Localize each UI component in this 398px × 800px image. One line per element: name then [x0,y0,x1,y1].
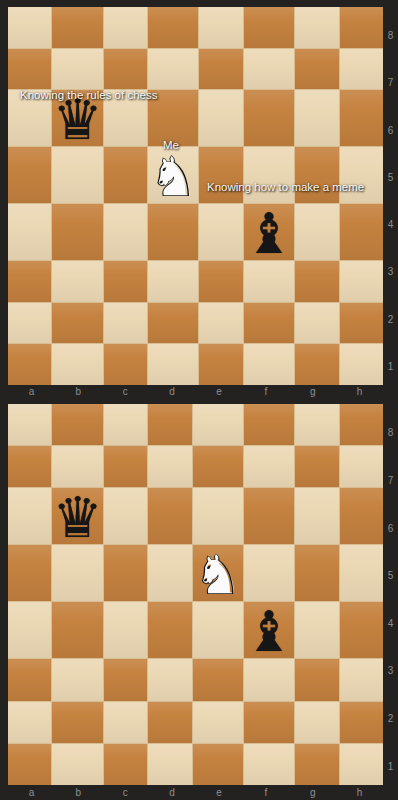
square-a5 [8,147,51,203]
square-c3 [104,261,147,302]
square-e4 [193,602,243,658]
square-e5 [199,147,242,203]
square-a8 [8,404,51,445]
white-knight-piece: ♞♘ [148,149,198,205]
board-top: ♛♞♘♝ 87654321 abcdefgh Knowing the rules… [0,0,398,399]
rank-label-8: 8 [383,409,398,457]
square-g6 [295,488,338,544]
square-f2 [244,702,294,743]
square-f4: ♝ [244,204,294,260]
square-c1 [104,344,147,385]
square-g2 [295,303,338,344]
square-h2 [340,303,383,344]
square-g2 [295,702,338,743]
square-c6 [104,488,147,544]
square-f1 [244,744,294,785]
square-h1 [340,744,383,785]
square-e8 [193,404,243,445]
square-d1 [148,344,198,385]
square-c5 [104,147,147,203]
file-label-d: d [149,387,196,397]
square-g5 [295,147,338,203]
square-e7 [193,446,243,487]
square-d7 [148,446,191,487]
board-grid: ♛♞♘♝ [8,7,383,385]
file-labels: abcdefgh [8,785,383,800]
square-f1 [244,344,294,385]
square-h6 [340,488,383,544]
square-b7 [52,446,102,487]
square-a3 [8,261,51,302]
rank-label-6: 6 [383,107,398,154]
square-d4 [148,602,191,658]
rank-label-4: 4 [383,201,398,248]
square-d6 [148,488,191,544]
square-h2 [340,702,383,743]
square-h6 [340,90,383,146]
square-b6: ♛ [52,488,102,544]
square-g7 [295,49,338,90]
square-h8 [340,404,383,445]
square-d8 [148,7,198,48]
file-label-b: b [55,788,102,798]
black-bishop-piece: ♝ [244,604,294,660]
rank-label-7: 7 [383,457,398,505]
square-f6 [244,90,294,146]
square-f5 [244,545,294,601]
file-label-a: a [8,387,55,397]
square-a5 [8,545,51,601]
square-g8 [295,404,338,445]
square-b2 [52,303,102,344]
square-e3 [199,261,242,302]
square-a4 [8,602,51,658]
square-b8 [52,404,102,445]
square-g4 [295,204,338,260]
square-e6 [199,90,242,146]
square-a6 [8,488,51,544]
square-d2 [148,702,191,743]
file-label-f: f [242,387,289,397]
square-a4 [8,204,51,260]
square-a2 [8,303,51,344]
square-g4 [295,602,338,658]
square-g6 [295,90,338,146]
square-d1 [148,744,191,785]
square-d3 [148,659,191,700]
square-c1 [104,744,147,785]
square-f8 [244,404,294,445]
square-a1 [8,344,51,385]
square-c4 [104,602,147,658]
meme-caption: Knowing the rules of chess [20,89,157,101]
file-label-c: c [102,387,149,397]
rank-labels: 87654321 [383,404,398,785]
square-e1 [199,344,242,385]
square-h3 [340,261,383,302]
board-grid: ♛♞♘♝ [8,404,383,785]
square-b8 [52,7,102,48]
square-d5: ♞♘ [148,147,198,203]
square-h5 [340,545,383,601]
square-h1 [340,344,383,385]
square-a8 [8,7,51,48]
square-e7 [199,49,242,90]
square-d3 [148,261,198,302]
file-label-h: h [336,387,383,397]
square-b3 [52,261,102,302]
square-b5 [52,545,102,601]
square-h8 [340,7,383,48]
file-label-e: e [196,788,243,798]
file-label-h: h [336,788,383,798]
square-b2 [52,702,102,743]
square-g7 [295,446,338,487]
square-c5 [104,545,147,601]
square-h3 [340,659,383,700]
square-d2 [148,303,198,344]
rank-label-3: 3 [383,647,398,695]
square-b7 [52,49,102,90]
square-a1 [8,744,51,785]
square-h4 [340,204,383,260]
square-f7 [244,49,294,90]
black-queen-piece: ♛ [52,490,102,546]
square-f5 [244,147,294,203]
square-h7 [340,446,383,487]
square-f2 [244,303,294,344]
square-e8 [199,7,242,48]
square-b1 [52,744,102,785]
square-b4 [52,602,102,658]
rank-label-2: 2 [383,695,398,743]
file-labels: abcdefgh [8,385,383,399]
square-c8 [104,404,147,445]
rank-label-1: 1 [383,343,398,390]
file-label-g: g [289,387,336,397]
square-a7 [8,446,51,487]
square-h7 [340,49,383,90]
square-d5 [148,545,191,601]
square-g3 [295,261,338,302]
rank-label-2: 2 [383,296,398,343]
square-f3 [244,659,294,700]
square-e1 [193,744,243,785]
square-g1 [295,744,338,785]
square-f4: ♝ [244,602,294,658]
square-f7 [244,446,294,487]
file-label-g: g [289,788,336,798]
square-f8 [244,7,294,48]
rank-label-6: 6 [383,504,398,552]
square-a2 [8,702,51,743]
rank-label-4: 4 [383,600,398,648]
file-label-e: e [196,387,243,397]
meme-caption: Me [163,139,179,151]
square-f3 [244,261,294,302]
white-knight-piece: ♞♘ [193,547,243,603]
chess-meme-image: ♛♞♘♝ 87654321 abcdefgh Knowing the rules… [0,0,398,800]
square-g5 [295,545,338,601]
square-d4 [148,204,198,260]
rank-labels: 87654321 [383,7,398,385]
square-b5 [52,147,102,203]
square-c3 [104,659,147,700]
square-e5: ♞♘ [193,545,243,601]
square-c7 [104,49,147,90]
square-a3 [8,659,51,700]
square-h4 [340,602,383,658]
square-g1 [295,344,338,385]
square-b4 [52,204,102,260]
square-c8 [104,7,147,48]
square-b3 [52,659,102,700]
file-label-b: b [55,387,102,397]
meme-caption: Knowing how to make a meme [207,181,364,193]
square-h5 [340,147,383,203]
square-g3 [295,659,338,700]
rank-label-7: 7 [383,59,398,106]
rank-label-1: 1 [383,742,398,790]
square-a7 [8,49,51,90]
rank-label-8: 8 [383,12,398,59]
square-c4 [104,204,147,260]
file-label-a: a [8,788,55,798]
black-bishop-piece: ♝ [244,206,294,262]
rank-label-3: 3 [383,248,398,295]
square-e2 [199,303,242,344]
square-b1 [52,344,102,385]
rank-label-5: 5 [383,552,398,600]
square-e6 [193,488,243,544]
square-d8 [148,404,191,445]
square-c2 [104,702,147,743]
file-label-f: f [242,788,289,798]
square-c7 [104,446,147,487]
file-label-c: c [102,788,149,798]
rank-label-5: 5 [383,154,398,201]
square-g8 [295,7,338,48]
square-e2 [193,702,243,743]
file-label-d: d [149,788,196,798]
square-e4 [199,204,242,260]
square-c2 [104,303,147,344]
square-d7 [148,49,198,90]
board-bottom: ♛♞♘♝ 87654321 abcdefgh [0,399,398,800]
square-f6 [244,488,294,544]
square-e3 [193,659,243,700]
